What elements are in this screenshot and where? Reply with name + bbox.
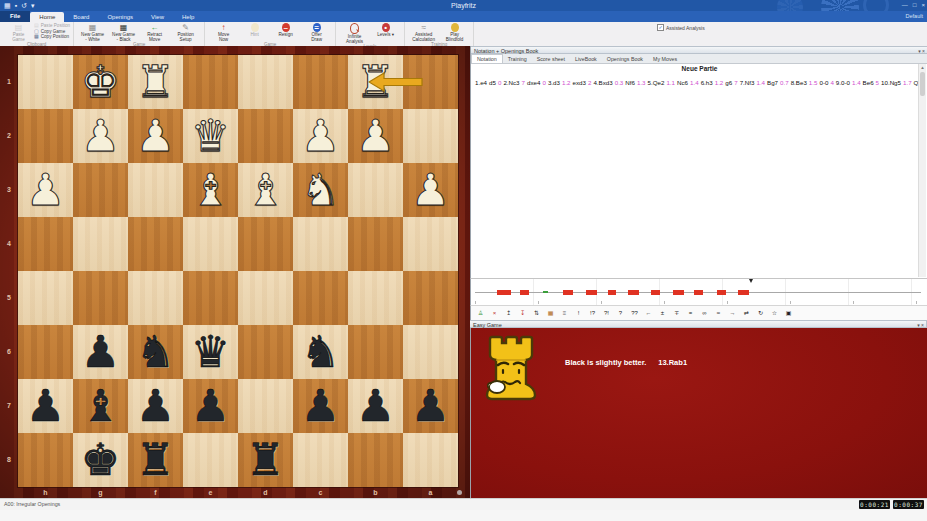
playfritz-window: ▦▪↺▾ Playfritz —□× File HomeBoardOpening… — [0, 0, 927, 521]
move-now-label: MoveNow — [208, 32, 239, 42]
coach-message: Black is slightly better.13.Rab1 — [565, 358, 687, 367]
move[interactable]: 10.Ng5 — [881, 79, 901, 86]
square-e4[interactable] — [183, 217, 238, 271]
square-h6[interactable] — [18, 325, 73, 379]
white-pawn: ♟ — [73, 109, 128, 163]
black-pawn: ♟ — [128, 379, 183, 433]
notation-tab-my-moves[interactable]: My Moves — [648, 55, 682, 63]
hint-button[interactable]: Hint — [239, 22, 270, 37]
rank-label-2: 2 — [0, 109, 18, 163]
equal-position-button[interactable]: = — [684, 307, 697, 319]
dubious-move-button[interactable]: ?! — [600, 307, 613, 319]
ribbon-tab-openings[interactable]: Openings — [98, 12, 142, 22]
move-time: 5 — [876, 79, 879, 86]
play-blindfold-button[interactable]: PlayBlindfold — [439, 22, 470, 42]
move-time: 4 — [830, 79, 833, 86]
white-bishop: ♝ — [238, 163, 293, 217]
black-knight: ♞ — [293, 325, 348, 379]
square-c6[interactable]: ♞ — [293, 325, 348, 379]
eval-bar — [608, 290, 616, 295]
black-queen: ♛ — [183, 325, 238, 379]
rank-label-4: 4 — [0, 217, 18, 271]
black-pawn: ♟ — [18, 379, 73, 433]
square-g5[interactable] — [73, 271, 128, 325]
square-f5[interactable] — [128, 271, 183, 325]
square-a4[interactable] — [403, 217, 458, 271]
move-time: 2 — [588, 79, 591, 86]
chess-clocks: 0:00:21 0:00:37 — [859, 500, 924, 509]
assisted-analysis-label: Assisted Analysis — [666, 25, 705, 31]
square-c3[interactable]: ♞ — [293, 163, 348, 217]
ribbon-tab-row: File HomeBoardOpeningsViewHelp Default — [0, 11, 927, 22]
infinite-analysis-button[interactable]: InfiniteAnalysis — [339, 22, 370, 44]
square-g3[interactable] — [73, 163, 128, 217]
eval-bar — [586, 290, 597, 295]
new-game-white-label: New Game- White — [77, 32, 108, 42]
eval-tick-marks — [475, 301, 921, 304]
paste-game-label: PasteGame — [3, 32, 34, 42]
current-move-marker — [749, 279, 753, 283]
play-blindfold-label: PlayBlindfold — [439, 32, 470, 42]
black-bishop: ♝ — [73, 379, 128, 433]
rank-label-8: 8 — [0, 433, 18, 487]
rank-labels: 12345678 — [0, 55, 18, 487]
white-better-button[interactable]: ± — [656, 307, 669, 319]
square-g7[interactable]: ♝ — [73, 379, 128, 433]
square-h3[interactable]: ♟ — [18, 163, 73, 217]
white-bishop: ♝ — [183, 163, 238, 217]
eval-bar — [563, 290, 574, 295]
position-setup-icon: ✎ — [170, 23, 201, 32]
move-time: 1.4 — [852, 79, 861, 86]
square-a5[interactable] — [403, 271, 458, 325]
profile-label: Default — [906, 11, 923, 22]
offer-draw-icon: = — [313, 23, 321, 32]
square-g4[interactable] — [73, 217, 128, 271]
copy-position-label: Copy Position — [41, 34, 69, 39]
eval-bar — [651, 290, 660, 295]
square-a6[interactable] — [403, 325, 458, 379]
eval-bar — [694, 290, 703, 295]
paste-game-button[interactable]: ▤PasteGame — [3, 22, 34, 42]
square-f2[interactable]: ♟ — [128, 109, 183, 163]
annotation-toolbar: ♙×↥↧⇅▦≡!!??!???←±∓=∞≈→⇄↻☆▣ — [470, 306, 927, 320]
infinite-analysis-label: InfiniteAnalysis — [339, 34, 370, 44]
square-d4[interactable] — [238, 217, 293, 271]
square-h4[interactable] — [18, 217, 73, 271]
scroll-thumb[interactable] — [920, 72, 925, 96]
text-annotation-button[interactable]: ≡ — [558, 307, 571, 319]
move-time: 1.1 — [666, 79, 675, 86]
black-pawn: ♟ — [73, 325, 128, 379]
new-game-black-icon: ▦ — [108, 23, 139, 32]
delete-variation-button[interactable]: ↧ — [516, 307, 529, 319]
file-label-g: g — [73, 488, 128, 498]
bottom-strip — [0, 510, 927, 521]
black-pawn: ♟ — [183, 379, 238, 433]
file-label-a: a — [403, 488, 458, 498]
rank-label-1: 1 — [0, 55, 18, 109]
square-d6[interactable] — [238, 325, 293, 379]
white-queen: ♛ — [183, 109, 238, 163]
resign-button[interactable]: –Resign — [270, 22, 301, 37]
move[interactable]: dxe4 — [527, 79, 540, 86]
levels-button[interactable]: •Levels ▾ — [370, 22, 401, 37]
thinking-rook-mascot — [479, 332, 543, 404]
square-f1[interactable]: ♜ — [128, 55, 183, 109]
square-f8[interactable]: ♜ — [128, 433, 183, 487]
status-bar: A00: Irregular Openings 0:00:21 0:00:37 — [0, 498, 927, 510]
annotate-piece-button[interactable]: ♙ — [474, 307, 487, 319]
move[interactable]: 4.Bxd3 — [593, 79, 612, 86]
square-d3[interactable]: ♝ — [238, 163, 293, 217]
ribbon-tabs: HomeBoardOpeningsViewHelp — [30, 11, 203, 22]
coach-move-suggestion: 13.Rab1 — [658, 358, 687, 367]
white-pawn: ♟ — [18, 163, 73, 217]
blunder-button[interactable]: ?? — [628, 307, 641, 319]
promote-variation-button[interactable]: ↥ — [502, 307, 515, 319]
move-now-icon: ↑ — [208, 23, 239, 32]
checkbox-icon: ✓ — [657, 24, 664, 31]
square-g1[interactable]: ♚ — [73, 55, 128, 109]
ribbon-group-levels: InfiniteAnalysis•Levels ▾Levels — [336, 22, 405, 46]
counterplay-button[interactable]: ⇄ — [740, 307, 753, 319]
minimize-button[interactable]: — — [902, 0, 908, 11]
paste-position-icon: ▤ — [34, 23, 39, 28]
interesting-move-button[interactable]: !? — [586, 307, 599, 319]
move[interactable]: 1.e4 — [475, 79, 487, 86]
mistake-button[interactable]: ? — [614, 307, 627, 319]
assisted-calculation-label: AssistedCalculation — [408, 32, 439, 42]
square-c5[interactable] — [293, 271, 348, 325]
square-b6[interactable] — [348, 325, 403, 379]
new-game-black-label: New Game- Black — [108, 32, 139, 42]
evaluation-graph[interactable] — [470, 278, 927, 306]
notation-panel: Notation + Openings Book ▾ × NotationTra… — [470, 46, 927, 278]
delete-button[interactable]: × — [488, 307, 501, 319]
move-time: 1.7 — [903, 79, 912, 86]
resign-label: Resign — [270, 32, 301, 37]
rank-label-6: 6 — [0, 325, 18, 379]
file-labels: hgfedcba — [18, 488, 458, 498]
hint-icon — [251, 23, 259, 32]
move-time: 1.2 — [562, 79, 571, 86]
eval-bar — [520, 290, 529, 295]
paste-position-button[interactable]: ▤Paste Position — [34, 23, 70, 29]
move-time: 1.5 — [809, 79, 818, 86]
black-rook: ♜ — [128, 433, 183, 487]
title-bar: ▦▪↺▾ Playfritz —□× — [0, 0, 927, 11]
square-b5[interactable] — [348, 271, 403, 325]
novelty-button[interactable]: ☆ — [768, 307, 781, 319]
resign-icon: – — [282, 23, 290, 32]
file-label-c: c — [293, 488, 348, 498]
square-c7[interactable]: ♟ — [293, 379, 348, 433]
play-blindfold-icon — [451, 23, 459, 32]
assisted-calculation-icon: ≈ — [408, 23, 439, 32]
square-h8[interactable] — [18, 433, 73, 487]
square-d1[interactable] — [238, 55, 293, 109]
eco-opening-label: A00: Irregular Openings — [4, 499, 60, 510]
paste-position-label: Paste Position — [41, 23, 70, 28]
notation-tabs: NotationTrainingScore sheetLiveBookOpeni… — [471, 54, 927, 64]
move[interactable]: 5.Qe2 — [648, 79, 665, 86]
square-e5[interactable] — [183, 271, 238, 325]
game-header: Neue Partie — [471, 65, 927, 72]
white-clock: 0:00:21 — [859, 500, 890, 509]
square-b2[interactable]: ♟ — [348, 109, 403, 163]
board-resize-dot — [457, 490, 462, 495]
black-king: ♚ — [73, 433, 128, 487]
move-time: 7 — [522, 79, 525, 86]
square-b4[interactable] — [348, 217, 403, 271]
square-d8[interactable]: ♜ — [238, 433, 293, 487]
square-b7[interactable]: ♟ — [348, 379, 403, 433]
offer-draw-button[interactable]: =OfferDraw — [301, 22, 332, 42]
notation-panel-titlebar: Notation + Openings Book ▾ × — [471, 46, 927, 54]
scroll-up-icon[interactable]: ▲ — [919, 64, 926, 71]
move-time: 1.4 — [690, 79, 699, 86]
move-time: 1.4 — [756, 79, 765, 86]
ribbon-tab-home[interactable]: Home — [30, 12, 64, 22]
coach-panel: Black is slightly better.13.Rab1 — [470, 328, 927, 498]
square-e6[interactable]: ♛ — [183, 325, 238, 379]
square-f4[interactable] — [128, 217, 183, 271]
ribbon-group-game: ▦New Game- White▦New Game- Black←Retract… — [74, 22, 205, 46]
window-controls: —□× — [902, 0, 925, 11]
assisted-analysis-checkbox[interactable]: ✓ Assisted Analysis — [657, 24, 705, 31]
new-game-white-icon: ▦ — [77, 23, 108, 32]
file-label-e: e — [183, 488, 238, 498]
move-arrow — [368, 71, 424, 93]
insert-diagram-button[interactable]: ▦ — [544, 307, 557, 319]
levels-label: Levels ▾ — [370, 32, 401, 37]
square-e8[interactable] — [183, 433, 238, 487]
black-better-button[interactable]: ∓ — [670, 307, 683, 319]
ribbon-group-training: ≈AssistedCalculationPlayBlindfoldTrainin… — [405, 22, 474, 46]
square-e1[interactable] — [183, 55, 238, 109]
file-label-f: f — [128, 488, 183, 498]
ribbon-tab-help[interactable]: Help — [173, 12, 203, 22]
ribbon: ▤PasteGame▤Paste Position▢Copy Game▩Copy… — [0, 22, 927, 47]
copy-position-button[interactable]: ▩Copy Position — [34, 34, 70, 40]
eval-bar — [738, 290, 749, 295]
compensation-button[interactable]: ≈ — [712, 307, 725, 319]
file-label-h: h — [18, 488, 73, 498]
white-pawn: ♟ — [128, 109, 183, 163]
move[interactable]: 7.Nf3 — [740, 79, 755, 86]
hint-label: Hint — [239, 32, 270, 37]
file-label-b: b — [348, 488, 403, 498]
black-knight: ♞ — [128, 325, 183, 379]
window-title: Playfritz — [0, 0, 927, 11]
square-h2[interactable] — [18, 109, 73, 163]
move[interactable]: g6 — [725, 79, 732, 86]
square-c4[interactable] — [293, 217, 348, 271]
move-time: 0 — [498, 79, 501, 86]
notation-tab-training[interactable]: Training — [503, 55, 532, 63]
white-rook: ♜ — [128, 55, 183, 109]
coach-assessment: Black is slightly better. — [565, 358, 646, 367]
infinite-analysis-icon — [350, 23, 359, 34]
move[interactable]: 2.Nc3 — [503, 79, 519, 86]
white-pawn: ♟ — [293, 109, 348, 163]
offer-draw-label: OfferDraw — [301, 32, 332, 42]
good-move-button[interactable]: ! — [572, 307, 585, 319]
move-list: 1.e4d502.Nc37dxe403.d31.2exd324.Bxd30.3N… — [475, 79, 913, 87]
move[interactable]: Bg7 — [767, 79, 778, 86]
move[interactable]: Nf6 — [625, 79, 635, 86]
easy-game-titlebar: Easy Game ▾ × — [470, 320, 927, 328]
white-pawn: ♟ — [403, 163, 458, 217]
ribbon-tab-board[interactable]: Board — [64, 12, 98, 22]
assisted-calculation-button[interactable]: ≈AssistedCalculation — [408, 22, 439, 42]
rank-label-7: 7 — [0, 379, 18, 433]
square-h5[interactable] — [18, 271, 73, 325]
square-h1[interactable] — [18, 55, 73, 109]
square-a7[interactable]: ♟ — [403, 379, 458, 433]
new-game-white-button[interactable]: ▦New Game- White — [77, 22, 108, 42]
move[interactable]: 3.d3 — [548, 79, 560, 86]
retract-annotation-button[interactable]: ← — [642, 307, 655, 319]
square-f6[interactable]: ♞ — [128, 325, 183, 379]
square-e2[interactable]: ♛ — [183, 109, 238, 163]
black-pawn: ♟ — [348, 379, 403, 433]
square-e7[interactable]: ♟ — [183, 379, 238, 433]
copy-position-icon: ▩ — [34, 34, 39, 39]
paste-game-icon: ▤ — [3, 23, 34, 32]
notation-scrollbar[interactable]: ▲ — [918, 64, 926, 277]
square-a3[interactable]: ♟ — [403, 163, 458, 217]
move[interactable]: 9.0-0 — [836, 79, 850, 86]
white-king: ♚ — [73, 55, 128, 109]
file-menu-button[interactable]: File — [0, 11, 30, 22]
notation-tab-livebook[interactable]: LiveBook — [570, 55, 602, 63]
move[interactable]: d5 — [489, 79, 496, 86]
black-clock: 0:00:37 — [893, 500, 924, 509]
black-pawn: ♟ — [293, 379, 348, 433]
square-d5[interactable] — [238, 271, 293, 325]
square-c8[interactable] — [293, 433, 348, 487]
move[interactable]: 0-0 — [819, 79, 828, 86]
square-a8[interactable] — [403, 433, 458, 487]
white-knight: ♞ — [293, 163, 348, 217]
square-d7[interactable] — [238, 379, 293, 433]
square-a2[interactable] — [403, 109, 458, 163]
move[interactable]: Be6 — [863, 79, 874, 86]
move[interactable]: exd3 — [573, 79, 586, 86]
position-setup-button[interactable]: ✎PositionSetup — [170, 22, 201, 42]
eval-bar — [717, 290, 726, 295]
move[interactable]: 8.Be3 — [791, 79, 807, 86]
copy-game-label: Copy Game — [41, 29, 66, 34]
square-e3[interactable]: ♝ — [183, 163, 238, 217]
square-b8[interactable] — [348, 433, 403, 487]
square-h7[interactable]: ♟ — [18, 379, 73, 433]
rank-label-5: 5 — [0, 271, 18, 325]
chess-board[interactable]: ♚♜♜♟♟♛♟♟♟♝♝♞♟♟♞♛♞♟♝♟♟♟♟♟♚♜♜ — [18, 55, 458, 487]
ribbon-group-clipboard: ▤PasteGame▤Paste Position▢Copy Game▩Copy… — [0, 22, 74, 46]
square-g8[interactable]: ♚ — [73, 433, 128, 487]
ribbon-tab-view[interactable]: View — [142, 12, 173, 22]
notation-tab-notation[interactable]: Notation — [471, 54, 503, 63]
white-pawn: ♟ — [348, 109, 403, 163]
attack-button[interactable]: → — [726, 307, 739, 319]
color-diagram-button[interactable]: ▣ — [782, 307, 795, 319]
move-time: 0 — [542, 79, 545, 86]
square-f3[interactable] — [128, 163, 183, 217]
board-panel: 12345678 ♚♜♜♟♟♛♟♟♟♝♝♞♟♟♞♛♞♟♝♟♟♟♟♟♚♜♜ hgf… — [0, 46, 470, 498]
eval-bar — [628, 290, 640, 295]
square-f7[interactable]: ♟ — [128, 379, 183, 433]
ribbon-group-game: ↑MoveNowHint–Resign=OfferDrawGame — [205, 22, 336, 46]
rank-label-3: 3 — [0, 163, 18, 217]
new-game-black-button[interactable]: ▦New Game- Black — [108, 22, 139, 42]
retract-move-button[interactable]: ←RetractMove — [139, 22, 170, 42]
notation-tab-openings-book[interactable]: Openings Book — [602, 55, 648, 63]
square-c1[interactable] — [293, 55, 348, 109]
move-now-button[interactable]: ↑MoveNow — [208, 22, 239, 42]
move-time: 1.2 — [715, 79, 724, 86]
black-rook: ♜ — [238, 433, 293, 487]
black-pawn: ♟ — [403, 379, 458, 433]
position-setup-label: PositionSetup — [170, 32, 201, 42]
move[interactable]: 6.h3 — [701, 79, 713, 86]
close-button[interactable]: × — [921, 0, 925, 11]
eval-bar — [497, 290, 510, 295]
eval-bar — [543, 291, 548, 293]
retract-move-icon: ← — [139, 23, 170, 32]
square-g6[interactable]: ♟ — [73, 325, 128, 379]
file-label-d: d — [238, 488, 293, 498]
square-g2[interactable]: ♟ — [73, 109, 128, 163]
retract-move-label: RetractMove — [139, 32, 170, 42]
move-time: 1.3 — [637, 79, 646, 86]
maximize-button[interactable]: □ — [913, 0, 917, 11]
move-time: 0.7 — [780, 79, 789, 86]
development-button[interactable]: ↻ — [754, 307, 767, 319]
square-b3[interactable] — [348, 163, 403, 217]
square-c2[interactable]: ♟ — [293, 109, 348, 163]
exchange-moves-button[interactable]: ⇅ — [530, 307, 543, 319]
square-d2[interactable] — [238, 109, 293, 163]
move[interactable]: Nc6 — [677, 79, 688, 86]
eval-bar — [673, 290, 685, 295]
unclear-button[interactable]: ∞ — [698, 307, 711, 319]
levels-icon: • — [382, 23, 390, 32]
move-time: 7 — [734, 79, 737, 86]
notation-tab-score-sheet[interactable]: Score sheet — [532, 55, 570, 63]
move-time: 0.3 — [615, 79, 624, 86]
